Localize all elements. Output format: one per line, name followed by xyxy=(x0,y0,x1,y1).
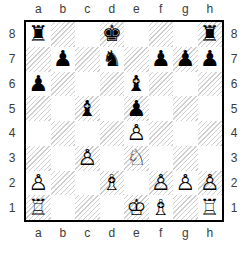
rank-label-7: 7 xyxy=(227,47,241,72)
square-c6[interactable] xyxy=(75,72,100,97)
file-label-a: a xyxy=(26,2,51,16)
piece-black-king: ♚ xyxy=(102,23,122,45)
piece-black-pawn: ♟ xyxy=(126,98,146,120)
square-e6[interactable]: ♝ xyxy=(124,72,149,97)
piece-white-pawn: ♙ xyxy=(77,147,97,169)
file-label-g: g xyxy=(173,2,198,16)
square-h6[interactable] xyxy=(198,72,223,97)
file-label-g: g xyxy=(173,226,198,240)
square-g6[interactable] xyxy=(173,72,198,97)
piece-white-knight: ♘ xyxy=(126,147,146,169)
square-a1[interactable]: ♖ xyxy=(26,195,51,220)
piece-white-rook: ♖ xyxy=(200,197,220,219)
square-d5[interactable] xyxy=(100,96,125,121)
rank-labels-left: 8 7 6 5 4 3 2 1 xyxy=(5,22,19,220)
rank-label-3: 3 xyxy=(5,146,19,171)
square-b5[interactable] xyxy=(51,96,76,121)
file-label-h: h xyxy=(198,2,223,16)
file-label-b: b xyxy=(51,226,76,240)
piece-white-pawn: ♙ xyxy=(151,172,171,194)
rank-label-5: 5 xyxy=(5,96,19,121)
file-label-d: d xyxy=(100,226,125,240)
square-b6[interactable] xyxy=(51,72,76,97)
rank-label-8: 8 xyxy=(5,22,19,47)
square-g1[interactable] xyxy=(173,195,198,220)
rank-label-4: 4 xyxy=(227,121,241,146)
rank-label-1: 1 xyxy=(5,195,19,220)
square-h1[interactable]: ♖ xyxy=(198,195,223,220)
chess-diagram: a b c d e f g h 8 7 6 5 4 3 2 1 ♜♚♜♟♞♟♟♟… xyxy=(0,0,247,254)
square-g8[interactable] xyxy=(173,22,198,47)
square-e2[interactable] xyxy=(124,171,149,196)
square-e1[interactable]: ♔ xyxy=(124,195,149,220)
square-h8[interactable]: ♜ xyxy=(198,22,223,47)
piece-black-pawn: ♟ xyxy=(175,48,195,70)
square-b8[interactable] xyxy=(51,22,76,47)
rank-label-6: 6 xyxy=(5,72,19,97)
square-f5[interactable] xyxy=(149,96,174,121)
square-f7[interactable]: ♟ xyxy=(149,47,174,72)
square-a7[interactable] xyxy=(26,47,51,72)
file-label-a: a xyxy=(26,226,51,240)
file-label-c: c xyxy=(75,2,100,16)
square-g3[interactable] xyxy=(173,146,198,171)
square-c1[interactable] xyxy=(75,195,100,220)
rank-label-4: 4 xyxy=(5,121,19,146)
rank-label-6: 6 xyxy=(227,72,241,97)
square-g4[interactable] xyxy=(173,121,198,146)
square-d4[interactable] xyxy=(100,121,125,146)
square-d3[interactable] xyxy=(100,146,125,171)
square-h4[interactable] xyxy=(198,121,223,146)
file-labels-bottom: a b c d e f g h xyxy=(26,226,222,240)
square-a6[interactable]: ♟ xyxy=(26,72,51,97)
piece-black-bishop: ♝ xyxy=(77,98,97,120)
rank-label-8: 8 xyxy=(227,22,241,47)
square-f1[interactable]: ♗ xyxy=(149,195,174,220)
file-label-e: e xyxy=(124,2,149,16)
piece-white-bishop: ♗ xyxy=(102,172,122,194)
square-f8[interactable] xyxy=(149,22,174,47)
square-h2[interactable]: ♙ xyxy=(198,171,223,196)
piece-white-pawn: ♙ xyxy=(200,172,220,194)
square-a3[interactable] xyxy=(26,146,51,171)
file-label-c: c xyxy=(75,226,100,240)
rank-label-2: 2 xyxy=(227,171,241,196)
square-c3[interactable]: ♙ xyxy=(75,146,100,171)
file-label-e: e xyxy=(124,226,149,240)
square-c7[interactable] xyxy=(75,47,100,72)
piece-black-bishop: ♝ xyxy=(126,73,146,95)
piece-black-pawn: ♟ xyxy=(200,48,220,70)
square-d8[interactable]: ♚ xyxy=(100,22,125,47)
piece-black-pawn: ♟ xyxy=(53,48,73,70)
square-a4[interactable] xyxy=(26,121,51,146)
square-b7[interactable]: ♟ xyxy=(51,47,76,72)
file-label-f: f xyxy=(149,2,174,16)
piece-black-knight: ♞ xyxy=(102,48,122,70)
file-labels-top: a b c d e f g h xyxy=(26,2,222,16)
square-h7[interactable]: ♟ xyxy=(198,47,223,72)
rank-label-1: 1 xyxy=(227,195,241,220)
rank-label-5: 5 xyxy=(227,96,241,121)
piece-white-king: ♔ xyxy=(126,197,146,219)
square-g2[interactable]: ♙ xyxy=(173,171,198,196)
rank-label-2: 2 xyxy=(5,171,19,196)
square-f6[interactable] xyxy=(149,72,174,97)
square-c2[interactable] xyxy=(75,171,100,196)
square-e3[interactable]: ♘ xyxy=(124,146,149,171)
square-c8[interactable] xyxy=(75,22,100,47)
square-d7[interactable]: ♞ xyxy=(100,47,125,72)
square-d6[interactable] xyxy=(100,72,125,97)
piece-white-pawn: ♙ xyxy=(175,172,195,194)
file-label-b: b xyxy=(51,2,76,16)
square-c4[interactable] xyxy=(75,121,100,146)
square-b1[interactable] xyxy=(51,195,76,220)
square-h3[interactable] xyxy=(198,146,223,171)
square-c5[interactable]: ♝ xyxy=(75,96,100,121)
square-f4[interactable] xyxy=(149,121,174,146)
square-f3[interactable] xyxy=(149,146,174,171)
rank-label-7: 7 xyxy=(5,47,19,72)
piece-black-rook: ♜ xyxy=(200,23,220,45)
file-label-d: d xyxy=(100,2,125,16)
square-h5[interactable] xyxy=(198,96,223,121)
square-b2[interactable] xyxy=(51,171,76,196)
square-f2[interactable]: ♙ xyxy=(149,171,174,196)
square-e5[interactable]: ♟ xyxy=(124,96,149,121)
file-label-h: h xyxy=(198,226,223,240)
square-d1[interactable] xyxy=(100,195,125,220)
square-e4[interactable]: ♙ xyxy=(124,121,149,146)
square-e7[interactable] xyxy=(124,47,149,72)
square-e8[interactable] xyxy=(124,22,149,47)
piece-white-bishop: ♗ xyxy=(151,197,171,219)
piece-black-pawn: ♟ xyxy=(28,73,48,95)
piece-black-rook: ♜ xyxy=(28,23,48,45)
square-a2[interactable]: ♙ xyxy=(26,171,51,196)
square-a8[interactable]: ♜ xyxy=(26,22,51,47)
square-a5[interactable] xyxy=(26,96,51,121)
rank-label-3: 3 xyxy=(227,146,241,171)
square-b3[interactable] xyxy=(51,146,76,171)
piece-white-pawn: ♙ xyxy=(126,122,146,144)
square-g5[interactable] xyxy=(173,96,198,121)
square-b4[interactable] xyxy=(51,121,76,146)
chess-board: ♜♚♜♟♞♟♟♟♟♝♝♟♙♙♘♙♗♙♙♙♖♔♗♖ xyxy=(24,20,224,222)
square-g7[interactable]: ♟ xyxy=(173,47,198,72)
rank-labels-right: 8 7 6 5 4 3 2 1 xyxy=(227,22,241,220)
piece-black-pawn: ♟ xyxy=(151,48,171,70)
piece-white-pawn: ♙ xyxy=(28,172,48,194)
file-label-f: f xyxy=(149,226,174,240)
square-d2[interactable]: ♗ xyxy=(100,171,125,196)
piece-white-rook: ♖ xyxy=(28,197,48,219)
